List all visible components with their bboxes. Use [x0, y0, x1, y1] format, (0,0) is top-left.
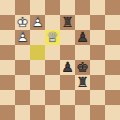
square-h6[interactable]: [105, 30, 120, 45]
black-pawn[interactable]: ♟♙: [75, 30, 90, 45]
square-g1[interactable]: [90, 105, 105, 120]
square-f2[interactable]: [75, 90, 90, 105]
square-b7[interactable]: ♚♔: [15, 15, 30, 30]
square-c4[interactable]: [30, 60, 45, 75]
square-e3[interactable]: [60, 75, 75, 90]
square-d5[interactable]: [45, 45, 60, 60]
square-a4[interactable]: [0, 60, 15, 75]
black-rook-outline: ♖: [75, 75, 90, 90]
square-e8[interactable]: [60, 0, 75, 15]
square-e2[interactable]: [60, 90, 75, 105]
square-f5[interactable]: [75, 45, 90, 60]
white-king-outline: ♔: [15, 15, 30, 30]
square-h2[interactable]: [105, 90, 120, 105]
square-d7[interactable]: [45, 15, 60, 30]
black-rook-outline: ♖: [60, 15, 75, 30]
square-e4[interactable]: ♟♙: [60, 60, 75, 75]
square-e5[interactable]: [60, 45, 75, 60]
square-d3[interactable]: [45, 75, 60, 90]
black-rook[interactable]: ♜♖: [60, 15, 75, 30]
square-c8[interactable]: [30, 0, 45, 15]
square-a2[interactable]: [0, 90, 15, 105]
square-a8[interactable]: [0, 0, 15, 15]
square-f7[interactable]: [75, 15, 90, 30]
square-h4[interactable]: [105, 60, 120, 75]
square-g2[interactable]: [90, 90, 105, 105]
white-pawn-outline: ♙: [15, 30, 30, 45]
square-g7[interactable]: [90, 15, 105, 30]
square-a7[interactable]: [0, 15, 15, 30]
white-queen[interactable]: ♛♕: [45, 30, 60, 45]
square-c2[interactable]: [30, 90, 45, 105]
square-c3[interactable]: [30, 75, 45, 90]
square-d4[interactable]: [45, 60, 60, 75]
square-b4[interactable]: [15, 60, 30, 75]
black-pawn-outline: ♙: [75, 30, 90, 45]
square-h3[interactable]: [105, 75, 120, 90]
square-h8[interactable]: [105, 0, 120, 15]
white-pawn-outline: ♙: [30, 15, 45, 30]
square-a1[interactable]: [0, 105, 15, 120]
chess-board: ♚♔♟♙♜♖♟♙♛♕♟♙♟♙♚♔♜♖: [0, 0, 120, 120]
black-king-outline: ♔: [75, 60, 90, 75]
square-d6-highlight-move-destination[interactable]: ♛♕: [45, 30, 60, 45]
black-pawn-outline: ♙: [60, 60, 75, 75]
square-c5-highlight-move-origin[interactable]: [30, 45, 45, 60]
square-e6[interactable]: [60, 30, 75, 45]
square-c7[interactable]: ♟♙: [30, 15, 45, 30]
square-h1[interactable]: [105, 105, 120, 120]
square-a6[interactable]: [0, 30, 15, 45]
square-f4[interactable]: ♚♔: [75, 60, 90, 75]
white-queen-outline: ♕: [45, 30, 60, 45]
black-king[interactable]: ♚♔: [75, 60, 90, 75]
square-h7[interactable]: [105, 15, 120, 30]
square-g3[interactable]: [90, 75, 105, 90]
black-pawn[interactable]: ♟♙: [60, 60, 75, 75]
square-g6[interactable]: [90, 30, 105, 45]
square-g5[interactable]: [90, 45, 105, 60]
square-b6[interactable]: ♟♙: [15, 30, 30, 45]
square-e7[interactable]: ♜♖: [60, 15, 75, 30]
square-b1[interactable]: [15, 105, 30, 120]
white-king[interactable]: ♚♔: [15, 15, 30, 30]
square-f6[interactable]: ♟♙: [75, 30, 90, 45]
square-b3[interactable]: [15, 75, 30, 90]
white-pawn[interactable]: ♟♙: [30, 15, 45, 30]
square-g8[interactable]: [90, 0, 105, 15]
square-a5[interactable]: [0, 45, 15, 60]
square-e1[interactable]: [60, 105, 75, 120]
square-a3[interactable]: [0, 75, 15, 90]
white-pawn[interactable]: ♟♙: [15, 30, 30, 45]
square-g4[interactable]: [90, 60, 105, 75]
square-f3[interactable]: ♜♖: [75, 75, 90, 90]
square-b2[interactable]: [15, 90, 30, 105]
square-f8[interactable]: [75, 0, 90, 15]
square-f1[interactable]: [75, 105, 90, 120]
square-h5[interactable]: [105, 45, 120, 60]
square-b5[interactable]: [15, 45, 30, 60]
square-d2[interactable]: [45, 90, 60, 105]
black-rook[interactable]: ♜♖: [75, 75, 90, 90]
square-c6[interactable]: [30, 30, 45, 45]
square-c1[interactable]: [30, 105, 45, 120]
square-d1[interactable]: [45, 105, 60, 120]
square-b8[interactable]: [15, 0, 30, 15]
square-d8[interactable]: [45, 0, 60, 15]
